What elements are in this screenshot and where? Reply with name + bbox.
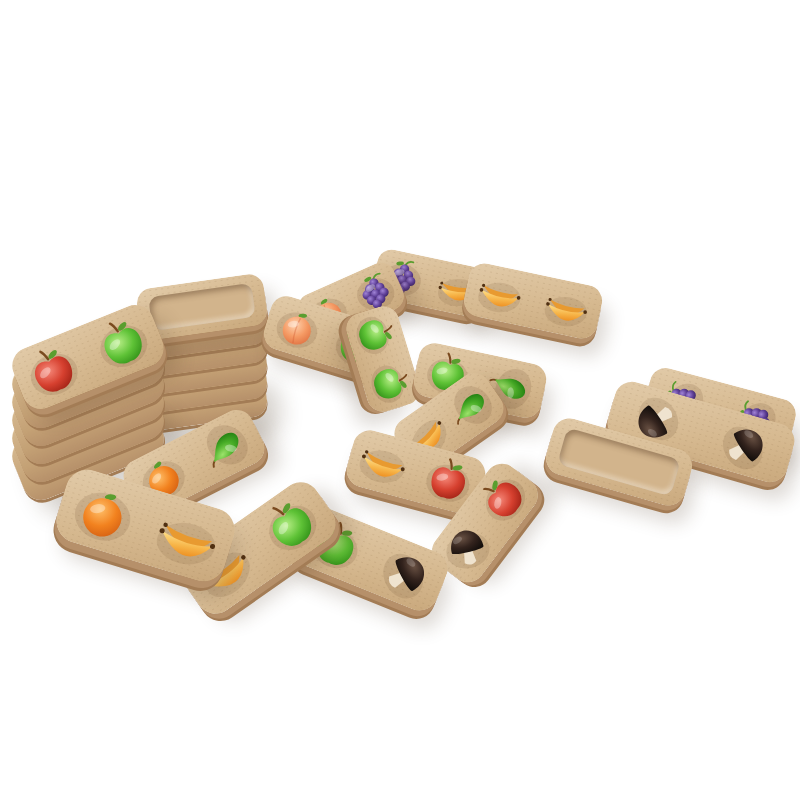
tile-half (462, 264, 538, 323)
tile-half (528, 279, 604, 338)
peach-icon (268, 298, 326, 356)
banana-icon (473, 267, 527, 321)
domino-tile-banana-banana[interactable] (461, 260, 605, 341)
tile-half (363, 353, 419, 414)
mushroom-icon (714, 413, 777, 476)
tile-half (344, 431, 422, 496)
domino-tile-green-apple-green-apple[interactable] (342, 302, 423, 415)
domino-table-scene (0, 0, 800, 800)
tile-half (136, 495, 238, 582)
banana-icon (539, 281, 593, 335)
mushroom-icon (372, 539, 441, 608)
tile-half (348, 304, 404, 365)
tile-back-recess (148, 283, 257, 332)
green-apple-icon (364, 357, 417, 410)
green-apple-icon (349, 308, 402, 361)
banana-icon (353, 433, 413, 493)
banana-icon (147, 498, 227, 578)
orange-icon (63, 472, 143, 552)
